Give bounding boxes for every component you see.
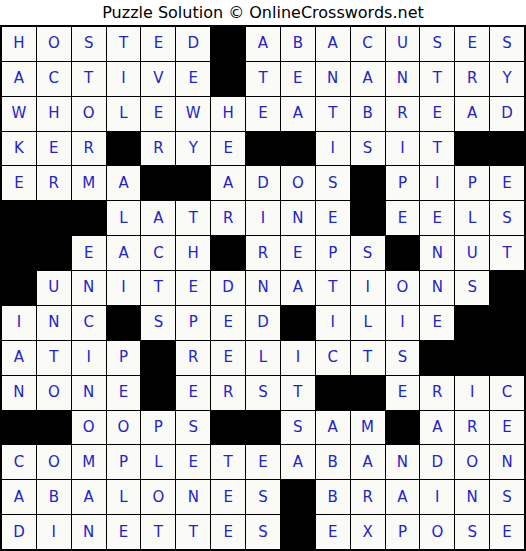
letter-cell: E xyxy=(211,341,245,375)
letter-cell: L xyxy=(351,306,385,340)
letter-cell: P xyxy=(386,166,420,200)
letter-cell: T xyxy=(211,445,245,479)
letter-cell: T xyxy=(490,236,524,270)
letter-cell: A xyxy=(107,236,141,270)
letter-cell: E xyxy=(37,132,71,166)
letter-cell: A xyxy=(141,201,175,235)
letter-cell: Y xyxy=(176,132,210,166)
letter-cell: A xyxy=(455,97,489,131)
letter-cell: L xyxy=(107,201,141,235)
crossword-grid: HOSTEDABACUSESACTIVETENANTRYWHOLEWHEATBR… xyxy=(0,25,526,551)
letter-cell: T xyxy=(351,341,385,375)
block-cell xyxy=(211,62,245,96)
letter-cell: R xyxy=(351,480,385,514)
block-cell xyxy=(37,201,71,235)
block-cell xyxy=(2,201,36,235)
letter-cell: T xyxy=(246,62,280,96)
letter-cell: H xyxy=(176,236,210,270)
letter-cell: L xyxy=(107,97,141,131)
letter-cell: E xyxy=(386,376,420,410)
block-cell xyxy=(455,341,489,375)
letter-cell: N xyxy=(316,62,350,96)
block-cell xyxy=(455,306,489,340)
letter-cell: W xyxy=(176,97,210,131)
letter-cell: I xyxy=(246,201,280,235)
letter-cell: B xyxy=(281,27,315,61)
block-cell xyxy=(107,306,141,340)
letter-cell: I xyxy=(386,306,420,340)
letter-cell: R xyxy=(176,341,210,375)
letter-cell: I xyxy=(386,132,420,166)
letter-cell: N xyxy=(176,480,210,514)
letter-cell: N xyxy=(455,480,489,514)
letter-cell: S xyxy=(351,236,385,270)
letter-cell: I xyxy=(316,132,350,166)
block-cell xyxy=(386,411,420,445)
letter-cell: E xyxy=(176,271,210,305)
letter-cell: W xyxy=(2,97,36,131)
letter-cell: R xyxy=(246,236,280,270)
block-cell xyxy=(281,306,315,340)
letter-cell: I xyxy=(420,480,454,514)
letter-cell: E xyxy=(141,97,175,131)
block-cell xyxy=(141,341,175,375)
letter-cell: S xyxy=(72,27,106,61)
letter-cell: O xyxy=(37,27,71,61)
letter-cell: E xyxy=(420,201,454,235)
letter-cell: M xyxy=(72,166,106,200)
letter-cell: E xyxy=(420,306,454,340)
block-cell xyxy=(490,306,524,340)
letter-cell: O xyxy=(141,480,175,514)
letter-cell: E xyxy=(490,166,524,200)
letter-cell: O xyxy=(72,97,106,131)
letter-cell: T xyxy=(141,271,175,305)
letter-cell: T xyxy=(420,62,454,96)
letter-cell: A xyxy=(316,411,350,445)
letter-cell: L xyxy=(141,445,175,479)
letter-cell: Y xyxy=(490,62,524,96)
letter-cell: S xyxy=(246,376,280,410)
letter-cell: N xyxy=(420,271,454,305)
block-cell xyxy=(2,411,36,445)
letter-cell: A xyxy=(2,480,36,514)
letter-cell: E xyxy=(176,62,210,96)
block-cell xyxy=(490,271,524,305)
letter-cell: O xyxy=(72,411,106,445)
letter-cell: N xyxy=(281,201,315,235)
letter-cell: A xyxy=(2,341,36,375)
letter-cell: C xyxy=(351,27,385,61)
block-cell xyxy=(490,341,524,375)
letter-cell: I xyxy=(2,306,36,340)
letter-cell: A xyxy=(72,480,106,514)
letter-cell: R xyxy=(211,201,245,235)
block-cell xyxy=(2,236,36,270)
letter-cell: M xyxy=(351,411,385,445)
letter-cell: R xyxy=(455,62,489,96)
letter-cell: E xyxy=(455,27,489,61)
letter-cell: N xyxy=(72,515,106,549)
letter-cell: V xyxy=(141,62,175,96)
letter-cell: O xyxy=(420,515,454,549)
block-cell xyxy=(246,411,280,445)
letter-cell: S xyxy=(490,201,524,235)
letter-cell: E xyxy=(316,201,350,235)
block-cell xyxy=(316,376,350,410)
letter-cell: E xyxy=(176,376,210,410)
letter-cell: E xyxy=(246,445,280,479)
block-cell xyxy=(37,236,71,270)
letter-cell: A xyxy=(2,62,36,96)
letter-cell: C xyxy=(37,62,71,96)
letter-cell: B xyxy=(351,97,385,131)
letter-cell: O xyxy=(455,445,489,479)
letter-cell: E xyxy=(72,236,106,270)
letter-cell: D xyxy=(246,306,280,340)
block-cell xyxy=(37,411,71,445)
letter-cell: P xyxy=(141,411,175,445)
letter-cell: S xyxy=(455,515,489,549)
block-cell xyxy=(211,411,245,445)
letter-cell: C xyxy=(72,306,106,340)
letter-cell: P xyxy=(107,341,141,375)
letter-cell: E xyxy=(420,97,454,131)
letter-cell: T xyxy=(281,376,315,410)
letter-cell: U xyxy=(455,236,489,270)
block-cell xyxy=(351,201,385,235)
letter-cell: M xyxy=(72,445,106,479)
letter-cell: S xyxy=(455,271,489,305)
letter-cell: R xyxy=(211,376,245,410)
letter-cell: R xyxy=(455,411,489,445)
letter-cell: E xyxy=(176,445,210,479)
letter-cell: A xyxy=(386,480,420,514)
block-cell xyxy=(211,236,245,270)
letter-cell: E xyxy=(2,166,36,200)
letter-cell: T xyxy=(107,27,141,61)
letter-cell: D xyxy=(490,97,524,131)
letter-cell: L xyxy=(455,201,489,235)
letter-cell: E xyxy=(246,97,280,131)
letter-cell: I xyxy=(107,271,141,305)
letter-cell: E xyxy=(316,515,350,549)
letter-cell: K xyxy=(2,132,36,166)
letter-cell: A xyxy=(211,166,245,200)
letter-cell: S xyxy=(246,515,280,549)
letter-cell: S xyxy=(246,480,280,514)
block-cell xyxy=(351,376,385,410)
letter-cell: R xyxy=(141,132,175,166)
letter-cell: T xyxy=(316,271,350,305)
letter-cell: S xyxy=(351,132,385,166)
letter-cell: O xyxy=(281,166,315,200)
block-cell xyxy=(420,341,454,375)
letter-cell: H xyxy=(37,97,71,131)
letter-cell: S xyxy=(281,411,315,445)
letter-cell: E xyxy=(281,236,315,270)
letter-cell: I xyxy=(351,271,385,305)
block-cell xyxy=(281,132,315,166)
letter-cell: A xyxy=(351,445,385,479)
letter-cell: H xyxy=(211,97,245,131)
letter-cell: U xyxy=(37,271,71,305)
letter-cell: S xyxy=(490,480,524,514)
letter-cell: I xyxy=(72,341,106,375)
letter-cell: N xyxy=(420,236,454,270)
letter-cell: E xyxy=(281,62,315,96)
letter-cell: D xyxy=(211,271,245,305)
letter-cell: B xyxy=(316,445,350,479)
letter-cell: E xyxy=(490,515,524,549)
letter-cell: E xyxy=(211,132,245,166)
letter-cell: I xyxy=(316,306,350,340)
letter-cell: S xyxy=(386,341,420,375)
letter-cell: R xyxy=(386,97,420,131)
letter-cell: A xyxy=(281,445,315,479)
letter-cell: E xyxy=(490,411,524,445)
letter-cell: N xyxy=(2,376,36,410)
letter-cell: T xyxy=(176,515,210,549)
letter-cell: C xyxy=(490,376,524,410)
block-cell xyxy=(141,376,175,410)
letter-cell: N xyxy=(72,271,106,305)
block-cell xyxy=(246,132,280,166)
letter-cell: O xyxy=(37,445,71,479)
letter-cell: C xyxy=(316,341,350,375)
letter-cell: T xyxy=(420,132,454,166)
letter-cell: P xyxy=(316,236,350,270)
letter-cell: H xyxy=(2,27,36,61)
letter-cell: O xyxy=(107,411,141,445)
letter-cell: E xyxy=(211,515,245,549)
letter-cell: N xyxy=(37,306,71,340)
letter-cell: S xyxy=(316,166,350,200)
block-cell xyxy=(141,166,175,200)
letter-cell: D xyxy=(420,445,454,479)
letter-cell: R xyxy=(37,166,71,200)
letter-cell: E xyxy=(107,515,141,549)
block-cell xyxy=(281,515,315,549)
letter-cell: N xyxy=(246,271,280,305)
block-cell xyxy=(386,236,420,270)
letter-cell: N xyxy=(386,445,420,479)
letter-cell: R xyxy=(72,132,106,166)
page-title: Puzzle Solution © OnlineCrosswords.net xyxy=(0,0,526,25)
letter-cell: L xyxy=(107,480,141,514)
letter-cell: N xyxy=(386,62,420,96)
letter-cell: A xyxy=(351,62,385,96)
letter-cell: U xyxy=(386,27,420,61)
letter-cell: T xyxy=(176,201,210,235)
letter-cell: P xyxy=(107,445,141,479)
letter-cell: C xyxy=(2,445,36,479)
letter-cell: E xyxy=(141,27,175,61)
letter-cell: A xyxy=(246,27,280,61)
letter-cell: O xyxy=(37,376,71,410)
letter-cell: E xyxy=(386,201,420,235)
block-cell xyxy=(107,132,141,166)
block-cell xyxy=(2,271,36,305)
letter-cell: A xyxy=(281,271,315,305)
letter-cell: T xyxy=(37,341,71,375)
letter-cell: D xyxy=(246,166,280,200)
block-cell xyxy=(281,480,315,514)
letter-cell: S xyxy=(141,306,175,340)
letter-cell: P xyxy=(455,166,489,200)
letter-cell: I xyxy=(37,515,71,549)
letter-cell: E xyxy=(211,306,245,340)
letter-cell: S xyxy=(176,411,210,445)
letter-cell: C xyxy=(141,236,175,270)
letter-cell: S xyxy=(420,27,454,61)
letter-cell: A xyxy=(316,27,350,61)
letter-cell: O xyxy=(386,271,420,305)
letter-cell: N xyxy=(490,445,524,479)
letter-cell: D xyxy=(2,515,36,549)
letter-cell: T xyxy=(141,515,175,549)
block-cell xyxy=(176,166,210,200)
letter-cell: A xyxy=(420,411,454,445)
letter-cell: E xyxy=(211,480,245,514)
letter-cell: P xyxy=(176,306,210,340)
block-cell xyxy=(490,132,524,166)
block-cell xyxy=(72,201,106,235)
letter-cell: S xyxy=(490,27,524,61)
block-cell xyxy=(455,132,489,166)
letter-cell: B xyxy=(37,480,71,514)
letter-cell: I xyxy=(281,341,315,375)
letter-cell: P xyxy=(386,515,420,549)
letter-cell: A xyxy=(281,97,315,131)
letter-cell: D xyxy=(176,27,210,61)
letter-cell: I xyxy=(420,166,454,200)
letter-cell: E xyxy=(107,376,141,410)
block-cell xyxy=(351,166,385,200)
letter-cell: I xyxy=(455,376,489,410)
letter-cell: X xyxy=(351,515,385,549)
letter-cell: R xyxy=(420,376,454,410)
letter-cell: L xyxy=(246,341,280,375)
letter-cell: B xyxy=(316,480,350,514)
letter-cell: A xyxy=(107,166,141,200)
letter-cell: I xyxy=(107,62,141,96)
letter-cell: T xyxy=(72,62,106,96)
block-cell xyxy=(211,27,245,61)
letter-cell: N xyxy=(72,376,106,410)
letter-cell: T xyxy=(316,97,350,131)
